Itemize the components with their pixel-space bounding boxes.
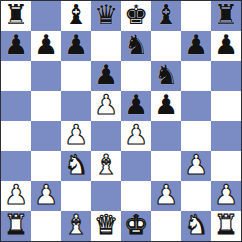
square-a3[interactable] <box>1 151 31 181</box>
square-f3[interactable] <box>151 151 181 181</box>
square-h8[interactable]: ♜ <box>211 1 241 31</box>
square-d3[interactable]: ♝ <box>91 151 121 181</box>
square-b8[interactable] <box>31 1 61 31</box>
black-bishop-piece[interactable]: ♝ <box>64 1 88 30</box>
black-pawn-piece[interactable]: ♟ <box>214 31 238 60</box>
square-c6[interactable] <box>61 61 91 91</box>
white-bishop-piece[interactable]: ♝ <box>94 151 118 180</box>
square-f2[interactable]: ♟ <box>151 181 181 211</box>
white-knight-piece[interactable]: ♞ <box>64 151 88 180</box>
square-a1[interactable]: ♜ <box>1 211 31 241</box>
square-d5[interactable]: ♟ <box>91 91 121 121</box>
square-h5[interactable] <box>211 91 241 121</box>
white-pawn-piece[interactable]: ♟ <box>4 181 28 210</box>
square-h3[interactable] <box>211 151 241 181</box>
square-b6[interactable] <box>31 61 61 91</box>
square-f4[interactable] <box>151 121 181 151</box>
square-g8[interactable] <box>181 1 211 31</box>
square-e1[interactable]: ♚ <box>121 211 151 241</box>
white-pawn-piece[interactable]: ♟ <box>124 121 148 150</box>
square-c2[interactable] <box>61 181 91 211</box>
white-knight-piece[interactable]: ♞ <box>184 211 208 240</box>
black-pawn-piece[interactable]: ♟ <box>4 31 28 60</box>
square-g4[interactable] <box>181 121 211 151</box>
square-c4[interactable]: ♟ <box>61 121 91 151</box>
black-knight-piece[interactable]: ♞ <box>154 61 178 90</box>
square-c5[interactable] <box>61 91 91 121</box>
black-rook-piece[interactable]: ♜ <box>214 1 238 30</box>
square-c3[interactable]: ♞ <box>61 151 91 181</box>
square-b5[interactable] <box>31 91 61 121</box>
square-h1[interactable]: ♜ <box>211 211 241 241</box>
square-c8[interactable]: ♝ <box>61 1 91 31</box>
white-bishop-piece[interactable]: ♝ <box>64 211 88 240</box>
square-d1[interactable]: ♛ <box>91 211 121 241</box>
square-f5[interactable]: ♟ <box>151 91 181 121</box>
white-rook-piece[interactable]: ♜ <box>214 211 238 240</box>
white-pawn-piece[interactable]: ♟ <box>184 151 208 180</box>
square-f7[interactable] <box>151 31 181 61</box>
black-pawn-piece[interactable]: ♟ <box>64 31 88 60</box>
square-f8[interactable]: ♝ <box>151 1 181 31</box>
square-a6[interactable] <box>1 61 31 91</box>
square-a4[interactable] <box>1 121 31 151</box>
square-g3[interactable]: ♟ <box>181 151 211 181</box>
white-pawn-piece[interactable]: ♟ <box>214 181 238 210</box>
square-h4[interactable] <box>211 121 241 151</box>
square-d4[interactable] <box>91 121 121 151</box>
square-e4[interactable]: ♟ <box>121 121 151 151</box>
black-pawn-piece[interactable]: ♟ <box>154 91 178 120</box>
square-f6[interactable]: ♞ <box>151 61 181 91</box>
white-pawn-piece[interactable]: ♟ <box>94 91 118 120</box>
white-pawn-piece[interactable]: ♟ <box>64 121 88 150</box>
square-g5[interactable] <box>181 91 211 121</box>
black-pawn-piece[interactable]: ♟ <box>184 31 208 60</box>
square-h2[interactable]: ♟ <box>211 181 241 211</box>
black-pawn-piece[interactable]: ♟ <box>34 31 58 60</box>
chess-board: ♜♝♛♚♝♜♟♟♟♞♟♟♟♞♟♟♟♟♟♞♝♟♟♟♟♟♜♝♛♚♞♜ <box>0 0 242 242</box>
white-pawn-piece[interactable]: ♟ <box>34 181 58 210</box>
square-d6[interactable]: ♟ <box>91 61 121 91</box>
square-e3[interactable] <box>121 151 151 181</box>
square-b3[interactable] <box>31 151 61 181</box>
square-e5[interactable]: ♟ <box>121 91 151 121</box>
square-d7[interactable] <box>91 31 121 61</box>
square-e2[interactable] <box>121 181 151 211</box>
square-c1[interactable]: ♝ <box>61 211 91 241</box>
square-b4[interactable] <box>31 121 61 151</box>
white-queen-piece[interactable]: ♛ <box>94 211 118 240</box>
black-pawn-piece[interactable]: ♟ <box>94 61 118 90</box>
square-b2[interactable]: ♟ <box>31 181 61 211</box>
black-rook-piece[interactable]: ♜ <box>4 1 28 30</box>
white-pawn-piece[interactable]: ♟ <box>154 181 178 210</box>
black-bishop-piece[interactable]: ♝ <box>154 1 178 30</box>
square-g1[interactable]: ♞ <box>181 211 211 241</box>
square-c7[interactable]: ♟ <box>61 31 91 61</box>
square-e8[interactable]: ♚ <box>121 1 151 31</box>
square-e6[interactable] <box>121 61 151 91</box>
square-e7[interactable]: ♞ <box>121 31 151 61</box>
square-b1[interactable] <box>31 211 61 241</box>
square-f1[interactable] <box>151 211 181 241</box>
square-h6[interactable] <box>211 61 241 91</box>
square-g2[interactable] <box>181 181 211 211</box>
square-g7[interactable]: ♟ <box>181 31 211 61</box>
square-d2[interactable] <box>91 181 121 211</box>
square-b7[interactable]: ♟ <box>31 31 61 61</box>
square-a7[interactable]: ♟ <box>1 31 31 61</box>
black-king-piece[interactable]: ♚ <box>124 1 148 30</box>
square-h7[interactable]: ♟ <box>211 31 241 61</box>
square-g6[interactable] <box>181 61 211 91</box>
white-rook-piece[interactable]: ♜ <box>4 211 28 240</box>
black-knight-piece[interactable]: ♞ <box>124 31 148 60</box>
square-a8[interactable]: ♜ <box>1 1 31 31</box>
square-a5[interactable] <box>1 91 31 121</box>
white-king-piece[interactable]: ♚ <box>124 211 148 240</box>
black-queen-piece[interactable]: ♛ <box>94 1 118 30</box>
black-pawn-piece[interactable]: ♟ <box>124 91 148 120</box>
square-d8[interactable]: ♛ <box>91 1 121 31</box>
square-a2[interactable]: ♟ <box>1 181 31 211</box>
